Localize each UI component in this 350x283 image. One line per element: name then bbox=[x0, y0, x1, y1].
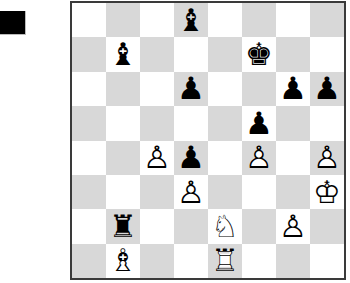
square-e3[interactable] bbox=[208, 175, 242, 209]
square-a8[interactable] bbox=[72, 3, 106, 37]
square-c5[interactable] bbox=[140, 106, 174, 140]
square-e5[interactable] bbox=[208, 106, 242, 140]
square-d8[interactable]: ♝ bbox=[174, 3, 208, 37]
square-h1[interactable] bbox=[310, 244, 344, 278]
square-e7[interactable] bbox=[208, 37, 242, 71]
square-g3[interactable] bbox=[276, 175, 310, 209]
piece-black-pawn-d4: ♟ bbox=[177, 142, 205, 173]
piece-white-pawn-g2: ♟♙ bbox=[279, 211, 307, 242]
square-g8[interactable] bbox=[276, 3, 310, 37]
piece-white-rook-e1: ♜♖ bbox=[211, 245, 239, 276]
square-b5[interactable] bbox=[106, 106, 140, 140]
square-a1[interactable] bbox=[72, 244, 106, 278]
square-e4[interactable] bbox=[208, 141, 242, 175]
square-h6[interactable]: ♟ bbox=[310, 72, 344, 106]
piece-black-rook-b2: ♜ bbox=[109, 211, 137, 242]
square-e8[interactable] bbox=[208, 3, 242, 37]
piece-white-pawn-f4: ♟♙ bbox=[245, 142, 273, 173]
square-g4[interactable] bbox=[276, 141, 310, 175]
square-a3[interactable] bbox=[72, 175, 106, 209]
square-f3[interactable] bbox=[242, 175, 276, 209]
square-a5[interactable] bbox=[72, 106, 106, 140]
square-f1[interactable] bbox=[242, 244, 276, 278]
piece-black-bishop-b7: ♝ bbox=[109, 39, 137, 70]
square-f5[interactable]: ♟ bbox=[242, 106, 276, 140]
square-a6[interactable] bbox=[72, 72, 106, 106]
piece-white-king-h3: ♚♔ bbox=[313, 177, 341, 208]
square-f7[interactable]: ♚ bbox=[242, 37, 276, 71]
square-g1[interactable] bbox=[276, 244, 310, 278]
piece-black-pawn-h6: ♟ bbox=[313, 73, 341, 104]
square-h5[interactable] bbox=[310, 106, 344, 140]
square-c8[interactable] bbox=[140, 3, 174, 37]
square-b4[interactable] bbox=[106, 141, 140, 175]
square-c3[interactable] bbox=[140, 175, 174, 209]
square-c4[interactable]: ♟♙ bbox=[140, 141, 174, 175]
square-c1[interactable] bbox=[140, 244, 174, 278]
piece-black-king-f7: ♚ bbox=[245, 39, 273, 70]
square-d5[interactable] bbox=[174, 106, 208, 140]
square-b2[interactable]: ♜ bbox=[106, 209, 140, 243]
square-b3[interactable] bbox=[106, 175, 140, 209]
square-e6[interactable] bbox=[208, 72, 242, 106]
piece-white-pawn-h4: ♟♙ bbox=[313, 142, 341, 173]
square-a2[interactable] bbox=[72, 209, 106, 243]
square-d7[interactable] bbox=[174, 37, 208, 71]
square-g7[interactable] bbox=[276, 37, 310, 71]
square-h3[interactable]: ♚♔ bbox=[310, 175, 344, 209]
piece-white-pawn-c4: ♟♙ bbox=[143, 142, 171, 173]
square-f2[interactable] bbox=[242, 209, 276, 243]
square-b1[interactable]: ♝♗ bbox=[106, 244, 140, 278]
square-a4[interactable] bbox=[72, 141, 106, 175]
square-h7[interactable] bbox=[310, 37, 344, 71]
chess-diagram-page: ♝♝♚♟♟♟♟♟♙♟♟♙♟♙♟♙♚♔♜♞♘♟♙♝♗♜♖ bbox=[0, 0, 350, 283]
square-h2[interactable] bbox=[310, 209, 344, 243]
square-g5[interactable] bbox=[276, 106, 310, 140]
square-c6[interactable] bbox=[140, 72, 174, 106]
square-c2[interactable] bbox=[140, 209, 174, 243]
square-d6[interactable]: ♟ bbox=[174, 72, 208, 106]
piece-black-pawn-g6: ♟ bbox=[279, 73, 307, 104]
square-g6[interactable]: ♟ bbox=[276, 72, 310, 106]
square-f6[interactable] bbox=[242, 72, 276, 106]
square-h4[interactable]: ♟♙ bbox=[310, 141, 344, 175]
square-f4[interactable]: ♟♙ bbox=[242, 141, 276, 175]
square-b6[interactable] bbox=[106, 72, 140, 106]
square-a7[interactable] bbox=[72, 37, 106, 71]
chess-board: ♝♝♚♟♟♟♟♟♙♟♟♙♟♙♟♙♚♔♜♞♘♟♙♝♗♜♖ bbox=[70, 1, 346, 280]
square-b8[interactable] bbox=[106, 3, 140, 37]
piece-white-bishop-b1: ♝♗ bbox=[109, 245, 137, 276]
square-c7[interactable] bbox=[140, 37, 174, 71]
square-d4[interactable]: ♟ bbox=[174, 141, 208, 175]
piece-black-pawn-f5: ♟ bbox=[245, 108, 273, 139]
piece-black-bishop-d8: ♝ bbox=[177, 5, 205, 36]
square-f8[interactable] bbox=[242, 3, 276, 37]
square-e1[interactable]: ♜♖ bbox=[208, 244, 242, 278]
square-d1[interactable] bbox=[174, 244, 208, 278]
piece-black-pawn-d6: ♟ bbox=[177, 73, 205, 104]
piece-white-knight-e2: ♞♘ bbox=[211, 211, 239, 242]
square-g2[interactable]: ♟♙ bbox=[276, 209, 310, 243]
square-b7[interactable]: ♝ bbox=[106, 37, 140, 71]
piece-white-pawn-d3: ♟♙ bbox=[177, 177, 205, 208]
square-h8[interactable] bbox=[310, 3, 344, 37]
square-d3[interactable]: ♟♙ bbox=[174, 175, 208, 209]
square-e2[interactable]: ♞♘ bbox=[208, 209, 242, 243]
black-to-move-indicator bbox=[0, 11, 26, 35]
square-d2[interactable] bbox=[174, 209, 208, 243]
